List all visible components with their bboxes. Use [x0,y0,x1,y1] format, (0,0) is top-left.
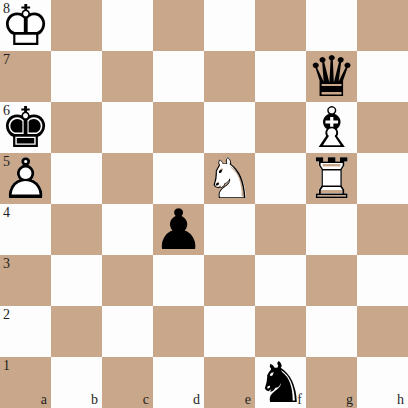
square-c5[interactable] [102,153,153,204]
white-knight-icon: ♞ [204,153,255,204]
black-pawn-icon: ♟ [153,204,204,255]
square-c4[interactable] [102,204,153,255]
rank-label-4: 4 [3,206,10,220]
square-d4[interactable]: ♟ [153,204,204,255]
square-c6[interactable] [102,102,153,153]
square-f2[interactable] [255,306,306,357]
square-c7[interactable] [102,51,153,102]
file-label-g: g [346,393,353,407]
square-b7[interactable] [51,51,102,102]
square-d6[interactable] [153,102,204,153]
file-label-f: f [297,393,302,407]
rank-label-6: 6 [3,104,10,118]
square-e7[interactable] [204,51,255,102]
file-label-e: e [245,393,251,407]
square-e4[interactable] [204,204,255,255]
file-label-c: c [143,393,149,407]
rank-label-1: 1 [3,359,10,373]
square-h4[interactable] [357,204,408,255]
square-e6[interactable] [204,102,255,153]
square-e2[interactable] [204,306,255,357]
square-b8[interactable] [51,0,102,51]
square-h8[interactable] [357,0,408,51]
square-d1[interactable]: d [153,357,204,408]
black-queen-icon: ♛ [306,51,357,102]
white-rook[interactable]: ♜♖ [306,153,357,204]
square-f4[interactable] [255,204,306,255]
square-a3[interactable]: 3 [0,255,51,306]
rank-label-7: 7 [3,53,10,67]
square-d7[interactable] [153,51,204,102]
file-label-a: a [41,393,47,407]
square-f8[interactable] [255,0,306,51]
rank-label-3: 3 [3,257,10,271]
square-h5[interactable] [357,153,408,204]
square-b4[interactable] [51,204,102,255]
square-a7[interactable]: 7 [0,51,51,102]
square-c1[interactable]: c [102,357,153,408]
white-bishop-icon: ♝ [306,102,357,153]
square-b2[interactable] [51,306,102,357]
square-h1[interactable]: h [357,357,408,408]
square-d8[interactable] [153,0,204,51]
file-label-h: h [397,393,404,407]
square-a6[interactable]: 6♚ [0,102,51,153]
square-g4[interactable] [306,204,357,255]
square-h2[interactable] [357,306,408,357]
square-b6[interactable] [51,102,102,153]
square-d2[interactable] [153,306,204,357]
square-d3[interactable] [153,255,204,306]
square-g6[interactable]: ♝♗ [306,102,357,153]
black-pawn[interactable]: ♟ [153,204,204,255]
square-c3[interactable] [102,255,153,306]
square-a8[interactable]: 8♚♔ [0,0,51,51]
white-rook-icon: ♜ [306,153,357,204]
file-label-b: b [91,393,98,407]
square-d5[interactable] [153,153,204,204]
square-e3[interactable] [204,255,255,306]
square-h6[interactable] [357,102,408,153]
square-g5[interactable]: ♜♖ [306,153,357,204]
square-a5[interactable]: 5♟♙ [0,153,51,204]
board-grid: 8♚♔7♛6♚♝♗5♟♙♞♘♜♖4♟321abcdef♞gh [0,0,408,408]
file-label-d: d [193,393,200,407]
square-b5[interactable] [51,153,102,204]
white-knight-outline-icon: ♘ [204,153,255,204]
square-h7[interactable] [357,51,408,102]
square-c8[interactable] [102,0,153,51]
square-e8[interactable] [204,0,255,51]
square-g7[interactable]: ♛ [306,51,357,102]
square-g1[interactable]: g [306,357,357,408]
square-f5[interactable] [255,153,306,204]
square-f6[interactable] [255,102,306,153]
rank-label-8: 8 [3,2,10,16]
square-e1[interactable]: e [204,357,255,408]
square-b3[interactable] [51,255,102,306]
square-g8[interactable] [306,0,357,51]
square-b1[interactable]: b [51,357,102,408]
black-queen[interactable]: ♛ [306,51,357,102]
square-f1[interactable]: f♞ [255,357,306,408]
white-bishop-outline-icon: ♗ [306,102,357,153]
square-a2[interactable]: 2 [0,306,51,357]
square-a1[interactable]: 1a [0,357,51,408]
chess-board: 8♚♔7♛6♚♝♗5♟♙♞♘♜♖4♟321abcdef♞gh [0,0,408,408]
square-g2[interactable] [306,306,357,357]
rank-label-2: 2 [3,308,10,322]
white-knight[interactable]: ♞♘ [204,153,255,204]
square-c2[interactable] [102,306,153,357]
square-a4[interactable]: 4 [0,204,51,255]
square-e5[interactable]: ♞♘ [204,153,255,204]
square-g3[interactable] [306,255,357,306]
white-rook-outline-icon: ♖ [306,153,357,204]
square-h3[interactable] [357,255,408,306]
square-f3[interactable] [255,255,306,306]
square-f7[interactable] [255,51,306,102]
rank-label-5: 5 [3,155,10,169]
white-bishop[interactable]: ♝♗ [306,102,357,153]
